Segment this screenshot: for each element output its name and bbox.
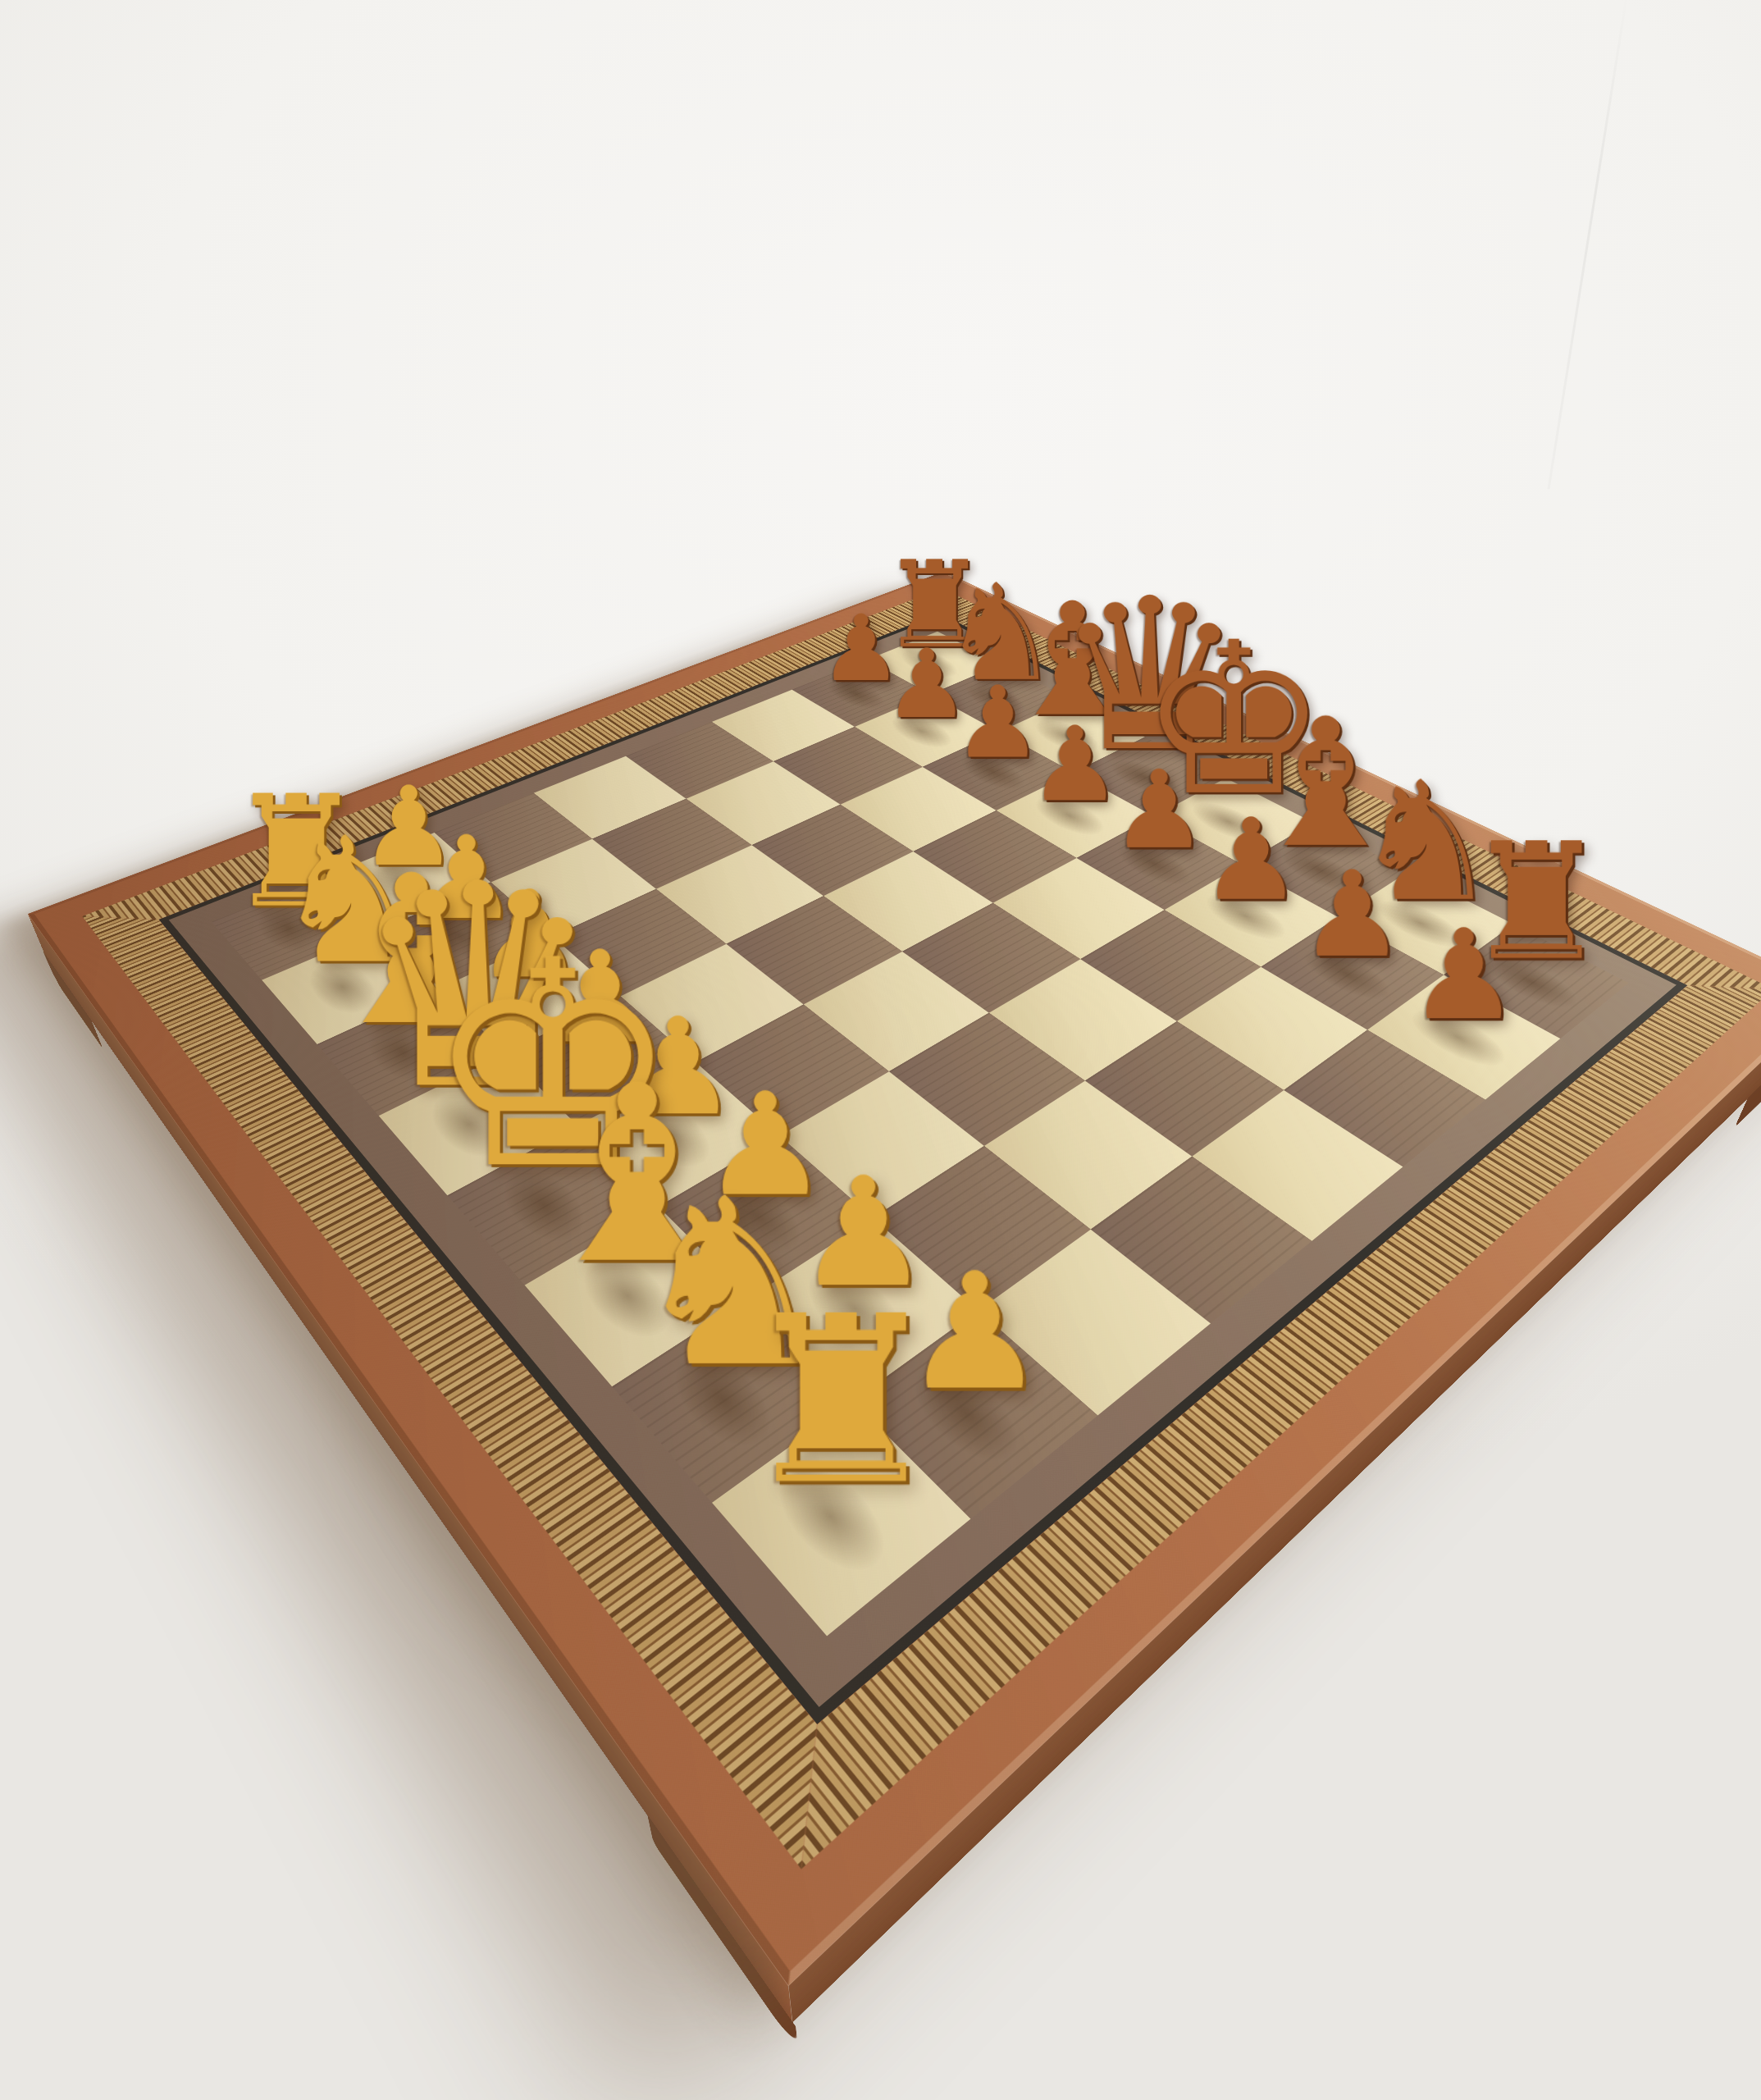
piece-white-rook-h1[interactable]: ♜ bbox=[737, 1292, 944, 1511]
piece-black-pawn-h7[interactable]: ♟ bbox=[1407, 916, 1519, 1034]
piece-black-pawn-g7[interactable]: ♟ bbox=[1299, 859, 1405, 971]
chess-board: ♜♞♝♛♚♝♞♜♟♟♟♟♟♟♟♟♟♟♟♟♟♟♟♟♜♞♝♛♚♝♞♜ bbox=[28, 572, 1761, 1986]
photo-backdrop: ♜♞♝♛♚♝♞♜♟♟♟♟♟♟♟♟♟♟♟♟♟♟♟♟♜♞♝♛♚♝♞♜ bbox=[0, 0, 1761, 2100]
piece-black-pawn-d7[interactable]: ♟ bbox=[1029, 715, 1121, 813]
piece-black-pawn-e7[interactable]: ♟ bbox=[1111, 759, 1207, 861]
piece-black-pawn-f7[interactable]: ♟ bbox=[1201, 806, 1302, 914]
scene: ♜♞♝♛♚♝♞♜♟♟♟♟♟♟♟♟♟♟♟♟♟♟♟♟♜♞♝♛♚♝♞♜ bbox=[0, 0, 1761, 2100]
